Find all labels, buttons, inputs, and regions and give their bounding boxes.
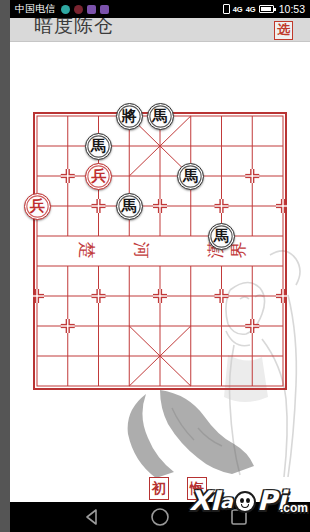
vibrate-icon xyxy=(223,4,230,14)
piece-black-horse[interactable]: 馬 xyxy=(208,223,235,250)
piece-black-horse[interactable]: 馬 xyxy=(116,193,143,220)
piece-black-horse[interactable]: 馬 xyxy=(85,133,112,160)
phone-screen: 中国电信 4G 4G 10:53 暗度陈仓 选 xyxy=(10,0,310,532)
android-nav-bar xyxy=(10,502,310,532)
notification-icon xyxy=(100,5,109,14)
title-bar: 暗度陈仓 选 xyxy=(10,18,310,42)
home-button[interactable] xyxy=(150,507,170,527)
recents-button[interactable] xyxy=(229,507,249,527)
level-select-button[interactable]: 选 xyxy=(274,21,293,40)
river-label: 楚 xyxy=(77,240,97,260)
board-grid xyxy=(33,112,287,390)
piece-red-soldier[interactable]: 兵 xyxy=(24,193,51,220)
status-time: 10:53 xyxy=(279,3,305,15)
carrier-label: 中国电信 xyxy=(15,2,55,16)
network-badge: 4G xyxy=(233,5,243,14)
network-badge: 4G xyxy=(246,5,256,14)
piece-red-soldier[interactable]: 兵 xyxy=(85,163,112,190)
river-label: 河 xyxy=(132,240,152,260)
status-bar: 中国电信 4G 4G 10:53 xyxy=(10,0,310,18)
notification-icon xyxy=(74,5,83,14)
piece-black-general[interactable]: 將 xyxy=(116,103,143,130)
notification-icon xyxy=(61,5,70,14)
battery-icon xyxy=(259,5,274,13)
notification-icon xyxy=(87,5,96,14)
back-button[interactable] xyxy=(82,507,102,527)
undo-button[interactable]: 悔 xyxy=(187,477,207,500)
horse-watermark xyxy=(102,388,272,488)
reset-button[interactable]: 初 xyxy=(149,477,169,500)
piece-black-horse[interactable]: 馬 xyxy=(177,163,204,190)
piece-black-horse[interactable]: 馬 xyxy=(147,103,174,130)
board[interactable]: 楚 河 漢 界 將馬馬兵馬兵馬馬 xyxy=(33,112,287,390)
